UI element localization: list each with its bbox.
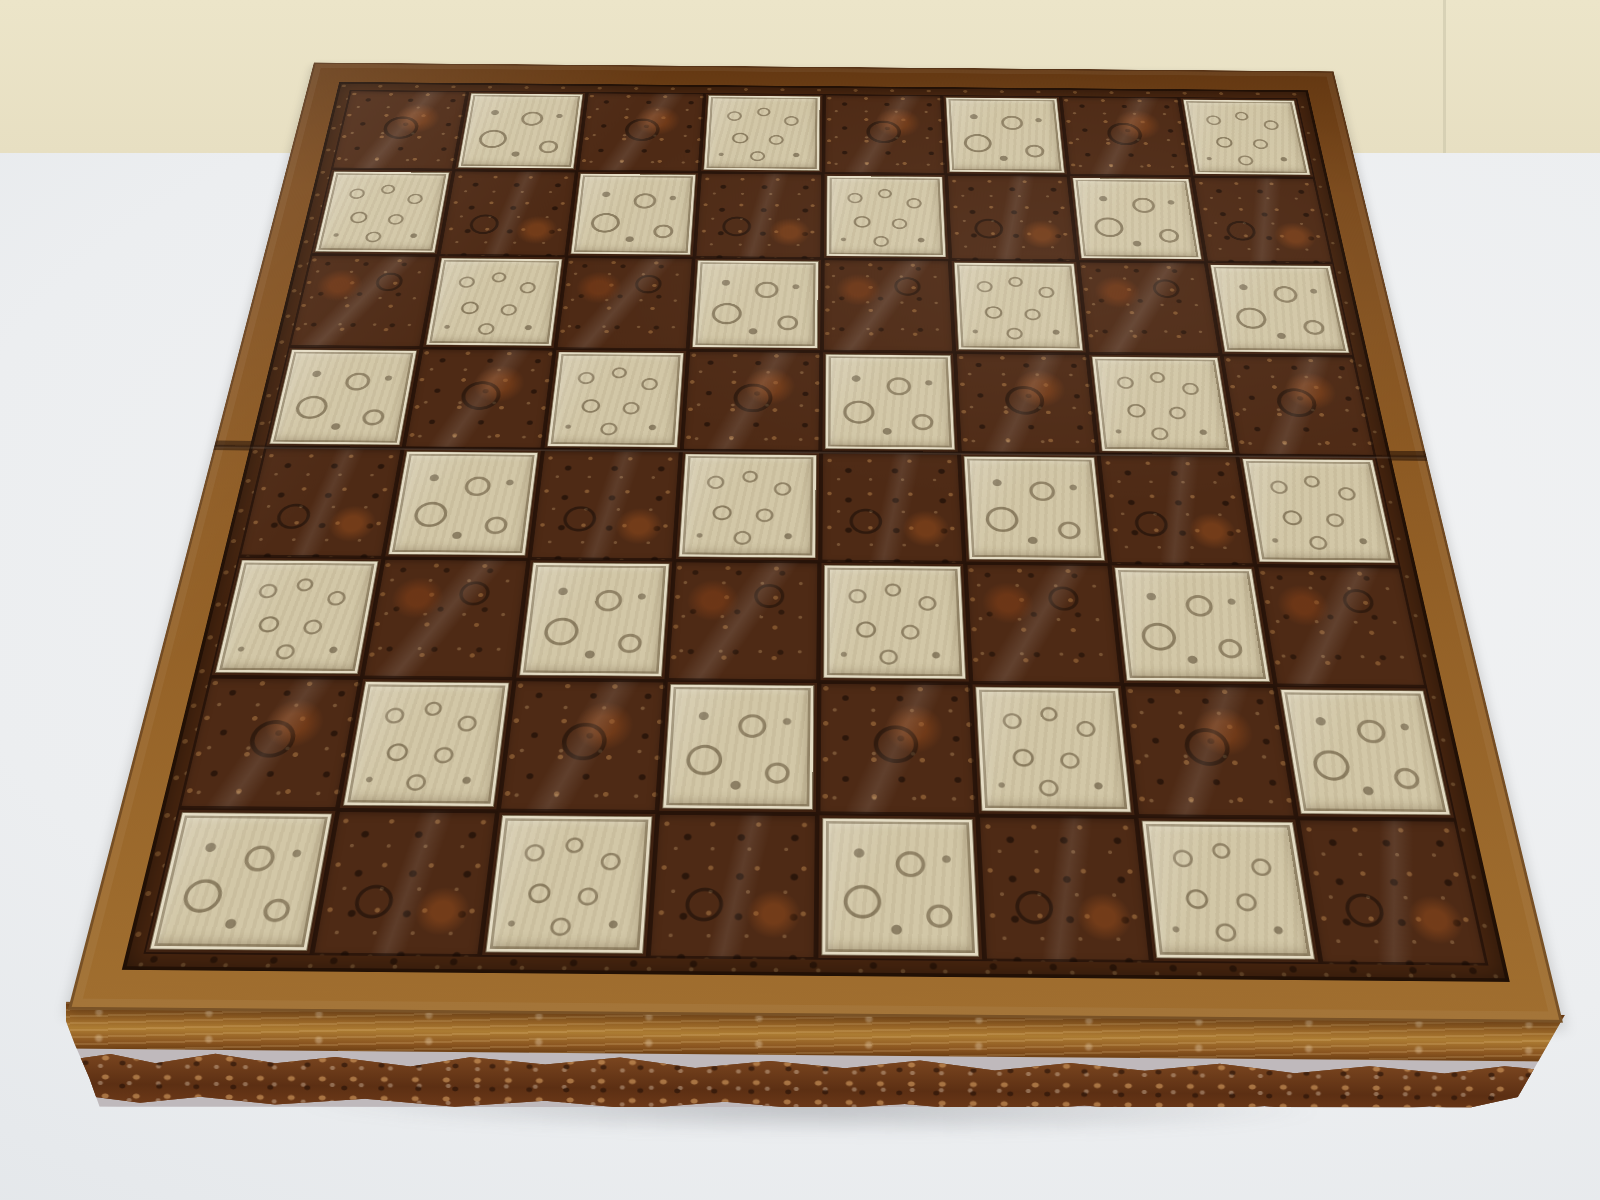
square-b7 bbox=[438, 170, 576, 256]
board-frame bbox=[68, 63, 1563, 1023]
square-a4 bbox=[238, 447, 403, 558]
square-a1 bbox=[143, 808, 338, 955]
square-b8 bbox=[454, 91, 587, 171]
square-a7 bbox=[311, 169, 454, 255]
square-e3 bbox=[818, 562, 970, 683]
square-c5 bbox=[542, 349, 688, 451]
square-g8 bbox=[1060, 96, 1191, 176]
square-a2 bbox=[178, 676, 362, 809]
square-c2 bbox=[498, 679, 666, 812]
square-g6 bbox=[1078, 261, 1221, 355]
square-d2 bbox=[657, 680, 818, 813]
square-f8 bbox=[942, 95, 1069, 175]
square-d7 bbox=[694, 172, 823, 259]
square-a8 bbox=[331, 90, 468, 170]
square-b1 bbox=[312, 810, 498, 957]
square-h6 bbox=[1206, 262, 1354, 356]
board-tilt-wrapper bbox=[0, 0, 1600, 1200]
square-b3 bbox=[362, 558, 529, 679]
square-h3 bbox=[1255, 565, 1427, 687]
square-g2 bbox=[1123, 684, 1297, 818]
hinge-notch-left bbox=[213, 440, 253, 450]
square-b2 bbox=[338, 678, 514, 811]
square-c6 bbox=[555, 256, 694, 350]
square-e2 bbox=[817, 682, 977, 815]
square-h2 bbox=[1275, 686, 1456, 820]
square-h8 bbox=[1179, 97, 1315, 177]
square-g1 bbox=[1137, 817, 1321, 965]
square-f4 bbox=[959, 453, 1110, 564]
square-h5 bbox=[1221, 355, 1376, 457]
square-f6 bbox=[950, 260, 1088, 354]
board-grid bbox=[143, 90, 1488, 966]
square-a6 bbox=[288, 254, 438, 348]
square-e8 bbox=[823, 94, 946, 174]
square-d1 bbox=[648, 812, 817, 959]
square-e6 bbox=[821, 259, 954, 353]
board-panel bbox=[122, 82, 1510, 982]
square-a5 bbox=[264, 347, 421, 449]
square-a3 bbox=[210, 556, 384, 677]
square-e4 bbox=[819, 452, 964, 563]
square-h1 bbox=[1296, 818, 1488, 966]
square-b4 bbox=[384, 448, 543, 559]
square-f1 bbox=[977, 815, 1152, 962]
square-d8 bbox=[700, 93, 824, 173]
square-g7 bbox=[1069, 175, 1206, 262]
square-f5 bbox=[954, 352, 1098, 454]
square-f2 bbox=[971, 683, 1137, 817]
chess-board bbox=[68, 63, 1563, 1023]
square-e7 bbox=[822, 173, 950, 260]
square-g4 bbox=[1098, 454, 1255, 565]
hinge-notch-right bbox=[1388, 451, 1428, 461]
square-d3 bbox=[666, 560, 819, 681]
square-c8 bbox=[577, 92, 705, 172]
square-c4 bbox=[529, 449, 682, 560]
square-c7 bbox=[566, 171, 700, 257]
square-e5 bbox=[820, 351, 959, 453]
photo-scene bbox=[0, 0, 1600, 1200]
square-f7 bbox=[946, 174, 1078, 261]
square-d4 bbox=[674, 451, 820, 562]
square-h4 bbox=[1237, 455, 1400, 566]
square-h7 bbox=[1192, 176, 1334, 263]
square-g3 bbox=[1110, 564, 1275, 686]
square-b5 bbox=[403, 348, 554, 450]
square-b6 bbox=[422, 255, 567, 349]
square-c3 bbox=[514, 559, 674, 680]
square-g5 bbox=[1088, 354, 1238, 456]
square-e1 bbox=[816, 814, 984, 961]
square-c1 bbox=[480, 811, 658, 958]
square-f3 bbox=[965, 563, 1123, 685]
square-d6 bbox=[688, 258, 822, 352]
square-d5 bbox=[681, 350, 821, 452]
